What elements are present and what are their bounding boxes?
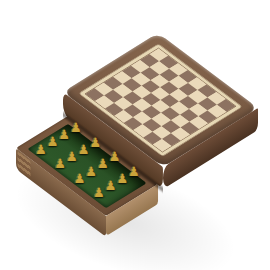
drawer-piece: ♟: [66, 149, 78, 162]
drawer-piece: ♟: [70, 120, 82, 133]
drawer-piece: ♟: [128, 164, 140, 177]
drawer-piece: ♟: [89, 135, 101, 148]
drawer-piece: ♟: [109, 150, 121, 163]
chess-box-scene: ♟♟♟♟♟♟♟♟♟♟♟♟♟♟♟♟: [0, 0, 270, 270]
